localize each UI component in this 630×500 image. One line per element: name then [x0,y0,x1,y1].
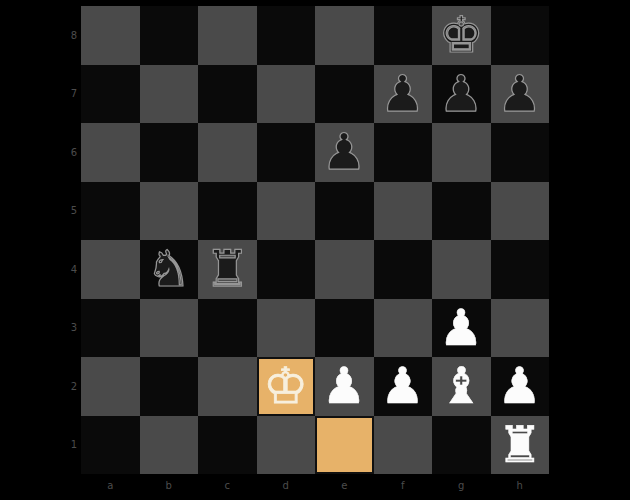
rank-label-3: 3 [58,299,80,358]
white-king-d2: ♔ [263,357,308,415]
square-f2[interactable]: ♟ [374,357,433,416]
square-c2[interactable] [198,357,257,416]
square-g7[interactable]: ♟ [432,65,491,124]
square-a8[interactable] [81,6,140,65]
square-b5[interactable] [140,182,199,241]
black-pawn-g7: ♟ [439,65,484,123]
file-label-g: g [432,474,491,496]
file-label-b: b [140,474,199,496]
white-pawn-f2: ♟ [380,357,425,415]
white-pawn-h2: ♟ [497,357,542,415]
black-pawn-f7: ♟ [380,65,425,123]
square-c8[interactable] [198,6,257,65]
square-g1[interactable] [432,416,491,475]
black-king-g8: ♚ [439,6,484,64]
square-f3[interactable] [374,299,433,358]
square-h2[interactable]: ♟ [491,357,550,416]
black-pawn-h7: ♟ [497,65,542,123]
square-d2[interactable]: ♔ [257,357,316,416]
square-g6[interactable] [432,123,491,182]
square-b1[interactable] [140,416,199,475]
square-b2[interactable] [140,357,199,416]
square-h3[interactable] [491,299,550,358]
file-label-e: e [315,474,374,496]
square-e8[interactable] [315,6,374,65]
square-f6[interactable] [374,123,433,182]
square-h8[interactable] [491,6,550,65]
square-f8[interactable] [374,6,433,65]
file-labels: abcdefgh [81,474,549,496]
square-b8[interactable] [140,6,199,65]
rank-label-2: 2 [58,357,80,416]
square-e1[interactable] [315,416,374,475]
square-d6[interactable] [257,123,316,182]
square-e2[interactable]: ♟ [315,357,374,416]
square-b7[interactable] [140,65,199,124]
square-b3[interactable] [140,299,199,358]
chess-app-background: ♚♟♟♟♟♞♜♟♔♟♟♝♟♜ 87654321 abcdefgh [0,0,630,500]
file-label-h: h [491,474,550,496]
square-e7[interactable] [315,65,374,124]
file-label-c: c [198,474,257,496]
square-d8[interactable] [257,6,316,65]
white-pawn-e2: ♟ [322,357,367,415]
square-d1[interactable] [257,416,316,475]
rank-labels: 87654321 [58,6,80,474]
square-b6[interactable] [140,123,199,182]
black-rook-c4: ♜ [205,240,250,298]
square-f5[interactable] [374,182,433,241]
square-d7[interactable] [257,65,316,124]
square-f7[interactable]: ♟ [374,65,433,124]
square-h4[interactable] [491,240,550,299]
square-a5[interactable] [81,182,140,241]
file-label-f: f [374,474,433,496]
square-g8[interactable]: ♚ [432,6,491,65]
rank-label-1: 1 [58,416,80,475]
chess-board: ♚♟♟♟♟♞♜♟♔♟♟♝♟♜ [81,6,549,474]
square-e5[interactable] [315,182,374,241]
square-b4[interactable]: ♞ [140,240,199,299]
rank-label-4: 4 [58,240,80,299]
square-g2[interactable]: ♝ [432,357,491,416]
square-e3[interactable] [315,299,374,358]
square-g5[interactable] [432,182,491,241]
square-a1[interactable] [81,416,140,475]
square-d4[interactable] [257,240,316,299]
black-pawn-e6: ♟ [322,123,367,181]
square-a3[interactable] [81,299,140,358]
white-rook-h1: ♜ [497,416,542,474]
square-h6[interactable] [491,123,550,182]
square-c7[interactable] [198,65,257,124]
file-label-a: a [81,474,140,496]
square-d5[interactable] [257,182,316,241]
square-h5[interactable] [491,182,550,241]
square-c3[interactable] [198,299,257,358]
square-a2[interactable] [81,357,140,416]
square-c4[interactable]: ♜ [198,240,257,299]
square-h7[interactable]: ♟ [491,65,550,124]
square-a7[interactable] [81,65,140,124]
rank-label-8: 8 [58,6,80,65]
white-bishop-g2: ♝ [439,357,484,415]
square-e4[interactable] [315,240,374,299]
black-knight-b4: ♞ [146,240,191,298]
square-f1[interactable] [374,416,433,475]
rank-label-7: 7 [58,65,80,124]
square-h1[interactable]: ♜ [491,416,550,475]
rank-label-5: 5 [58,182,80,241]
square-f4[interactable] [374,240,433,299]
square-a6[interactable] [81,123,140,182]
rank-label-6: 6 [58,123,80,182]
white-pawn-g3: ♟ [439,299,484,357]
square-g4[interactable] [432,240,491,299]
square-g3[interactable]: ♟ [432,299,491,358]
square-a4[interactable] [81,240,140,299]
square-c6[interactable] [198,123,257,182]
square-d3[interactable] [257,299,316,358]
square-c5[interactable] [198,182,257,241]
square-c1[interactable] [198,416,257,475]
square-e6[interactable]: ♟ [315,123,374,182]
file-label-d: d [257,474,316,496]
